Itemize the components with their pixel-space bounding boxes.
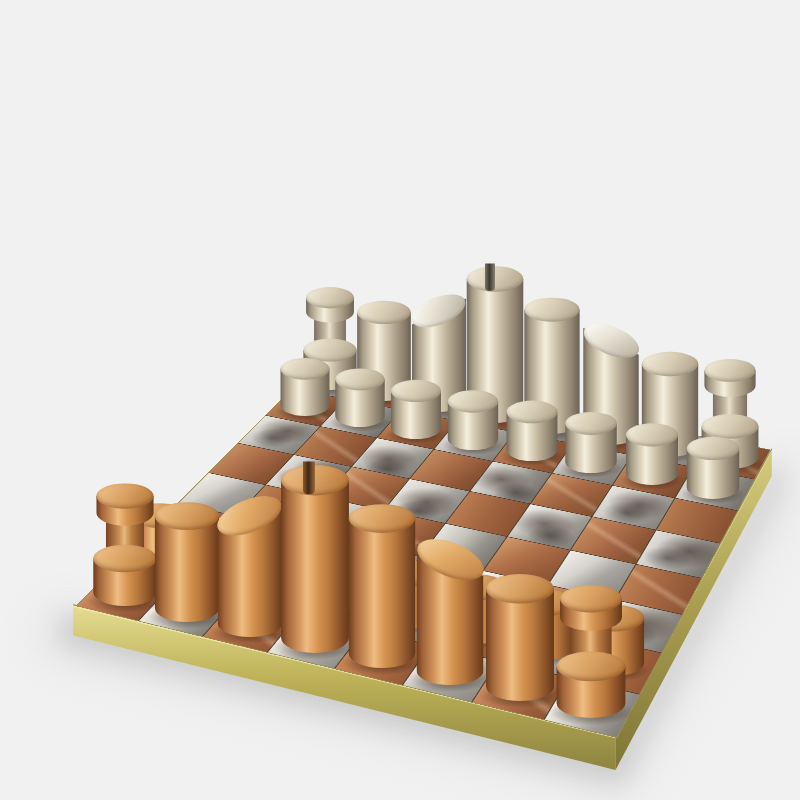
chess-set-photo bbox=[0, 0, 800, 800]
